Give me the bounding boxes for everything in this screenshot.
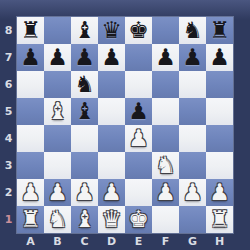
square-b4[interactable] — [44, 125, 71, 152]
piece-white-knight: ♞ — [47, 206, 68, 233]
square-c2[interactable]: ♟ — [71, 179, 98, 206]
square-g2[interactable]: ♟ — [179, 179, 206, 206]
piece-white-pawn: ♟ — [128, 125, 149, 152]
square-d7[interactable]: ♟ — [98, 44, 125, 71]
square-c3[interactable] — [71, 152, 98, 179]
square-f7[interactable]: ♟ — [152, 44, 179, 71]
piece-black-rook: ♜ — [209, 17, 230, 44]
piece-black-pawn: ♟ — [20, 44, 41, 71]
square-g6[interactable] — [179, 71, 206, 98]
square-c6[interactable]: ♞ — [71, 71, 98, 98]
square-a2[interactable]: ♟ — [17, 179, 44, 206]
chess-board: ♜♝♛♚♞♜♟♟♟♟♟♟♟♞♝♝♟♟♞♟♟♟♟♟♟♟♜♞♝♛♚♜ — [17, 17, 233, 233]
file-label-g: G — [179, 233, 206, 250]
square-a8[interactable]: ♜ — [17, 17, 44, 44]
file-labels: ABCDEFGH — [17, 233, 233, 250]
square-e5[interactable]: ♟ — [125, 98, 152, 125]
square-b8[interactable] — [44, 17, 71, 44]
square-h4[interactable] — [206, 125, 233, 152]
square-d2[interactable]: ♟ — [98, 179, 125, 206]
piece-white-knight: ♞ — [155, 152, 176, 179]
square-d3[interactable] — [98, 152, 125, 179]
rank-label-3: 3 — [0, 152, 17, 179]
file-label-c: C — [71, 233, 98, 250]
square-g7[interactable]: ♟ — [179, 44, 206, 71]
piece-white-pawn: ♟ — [47, 179, 68, 206]
square-b1[interactable]: ♞ — [44, 206, 71, 233]
piece-black-rook: ♜ — [20, 17, 41, 44]
rank-label-4: 4 — [0, 125, 17, 152]
piece-white-rook: ♜ — [209, 206, 230, 233]
piece-black-pawn: ♟ — [209, 44, 230, 71]
piece-black-bishop: ♝ — [74, 98, 95, 125]
square-e8[interactable]: ♚ — [125, 17, 152, 44]
piece-black-pawn: ♟ — [74, 44, 95, 71]
rank-label-2: 2 — [0, 179, 17, 206]
file-label-f: F — [152, 233, 179, 250]
rank-label-8: 8 — [0, 17, 17, 44]
square-b6[interactable] — [44, 71, 71, 98]
square-a4[interactable] — [17, 125, 44, 152]
square-b2[interactable]: ♟ — [44, 179, 71, 206]
piece-black-knight: ♞ — [182, 17, 203, 44]
square-d4[interactable] — [98, 125, 125, 152]
piece-black-bishop: ♝ — [74, 17, 95, 44]
square-d5[interactable] — [98, 98, 125, 125]
square-a7[interactable]: ♟ — [17, 44, 44, 71]
square-b3[interactable] — [44, 152, 71, 179]
rank-labels: 87654321 — [0, 17, 17, 233]
square-f1[interactable] — [152, 206, 179, 233]
square-g5[interactable] — [179, 98, 206, 125]
square-g8[interactable]: ♞ — [179, 17, 206, 44]
square-c7[interactable]: ♟ — [71, 44, 98, 71]
piece-white-pawn: ♟ — [209, 179, 230, 206]
piece-black-pawn: ♟ — [128, 98, 149, 125]
piece-white-bishop: ♝ — [74, 206, 95, 233]
square-d6[interactable] — [98, 71, 125, 98]
file-label-b: B — [44, 233, 71, 250]
piece-white-queen: ♛ — [101, 206, 122, 233]
square-e3[interactable] — [125, 152, 152, 179]
square-f4[interactable] — [152, 125, 179, 152]
square-h6[interactable] — [206, 71, 233, 98]
piece-white-pawn: ♟ — [74, 179, 95, 206]
piece-black-pawn: ♟ — [155, 44, 176, 71]
square-e6[interactable] — [125, 71, 152, 98]
rank-label-7: 7 — [0, 44, 17, 71]
file-label-h: H — [206, 233, 233, 250]
square-b5[interactable]: ♝ — [44, 98, 71, 125]
piece-black-pawn: ♟ — [101, 44, 122, 71]
square-h3[interactable] — [206, 152, 233, 179]
rank-label-5: 5 — [0, 98, 17, 125]
square-h5[interactable] — [206, 98, 233, 125]
square-f8[interactable] — [152, 17, 179, 44]
square-d1[interactable]: ♛ — [98, 206, 125, 233]
square-h1[interactable]: ♜ — [206, 206, 233, 233]
rank-label-1: 1 — [0, 206, 17, 233]
piece-white-king: ♚ — [128, 206, 149, 233]
square-c8[interactable]: ♝ — [71, 17, 98, 44]
square-a5[interactable] — [17, 98, 44, 125]
square-c5[interactable]: ♝ — [71, 98, 98, 125]
square-e2[interactable] — [125, 179, 152, 206]
file-label-d: D — [98, 233, 125, 250]
square-g3[interactable] — [179, 152, 206, 179]
piece-white-pawn: ♟ — [155, 179, 176, 206]
square-b7[interactable]: ♟ — [44, 44, 71, 71]
square-a3[interactable] — [17, 152, 44, 179]
square-f5[interactable] — [152, 98, 179, 125]
piece-white-pawn: ♟ — [101, 179, 122, 206]
square-c1[interactable]: ♝ — [71, 206, 98, 233]
square-a1[interactable]: ♜ — [17, 206, 44, 233]
square-e7[interactable] — [125, 44, 152, 71]
piece-white-pawn: ♟ — [182, 179, 203, 206]
square-f2[interactable]: ♟ — [152, 179, 179, 206]
file-label-e: E — [125, 233, 152, 250]
square-h7[interactable]: ♟ — [206, 44, 233, 71]
piece-black-knight: ♞ — [74, 71, 95, 98]
square-f3[interactable]: ♞ — [152, 152, 179, 179]
square-c4[interactable] — [71, 125, 98, 152]
square-h8[interactable]: ♜ — [206, 17, 233, 44]
square-h2[interactable]: ♟ — [206, 179, 233, 206]
square-g4[interactable] — [179, 125, 206, 152]
square-e4[interactable]: ♟ — [125, 125, 152, 152]
chess-board-frame: 87654321 ♜♝♛♚♞♜♟♟♟♟♟♟♟♞♝♝♟♟♞♟♟♟♟♟♟♟♜♞♝♛♚… — [0, 0, 250, 250]
piece-white-bishop: ♝ — [47, 98, 68, 125]
square-e1[interactable]: ♚ — [125, 206, 152, 233]
rank-label-6: 6 — [0, 71, 17, 98]
piece-white-pawn: ♟ — [20, 179, 41, 206]
square-d8[interactable]: ♛ — [98, 17, 125, 44]
piece-black-pawn: ♟ — [182, 44, 203, 71]
piece-black-pawn: ♟ — [47, 44, 68, 71]
square-f6[interactable] — [152, 71, 179, 98]
square-g1[interactable] — [179, 206, 206, 233]
piece-black-king: ♚ — [128, 17, 149, 44]
piece-white-rook: ♜ — [20, 206, 41, 233]
piece-black-queen: ♛ — [101, 17, 122, 44]
square-a6[interactable] — [17, 71, 44, 98]
file-label-a: A — [17, 233, 44, 250]
